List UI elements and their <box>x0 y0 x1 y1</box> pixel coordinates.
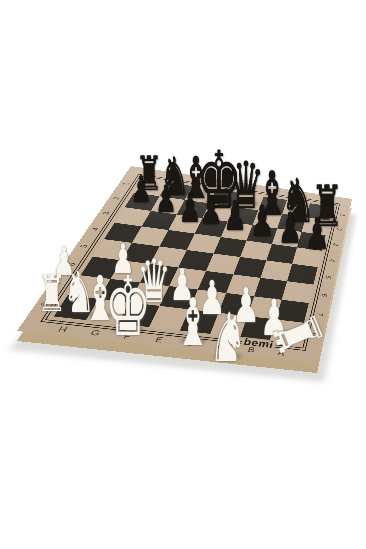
black-pawn: ♟ <box>130 171 151 208</box>
black-pawn: ♟ <box>223 196 247 237</box>
black-pawn: ♟ <box>200 190 223 230</box>
chess-product-photo: HGFEDCBA1234567812345678 bemi ♜♞♝♚♛♝♞♜♟♟… <box>0 0 366 549</box>
black-pawn: ♟ <box>250 200 275 243</box>
black-pawn: ♟ <box>155 180 177 218</box>
pieces-layer: ♜♞♝♚♛♝♞♜♟♟♟♟♟♟♟♟♟♜♞♝♟♚♛♟♝♟♞♟♟♜ <box>0 0 366 549</box>
black-pawn: ♟ <box>304 212 329 256</box>
black-pawn: ♟ <box>278 207 303 250</box>
white-knight: ♞ <box>208 304 247 372</box>
white-king: ♚ <box>104 266 151 348</box>
white-bishop: ♝ <box>174 290 211 355</box>
black-pawn: ♟ <box>179 188 202 228</box>
